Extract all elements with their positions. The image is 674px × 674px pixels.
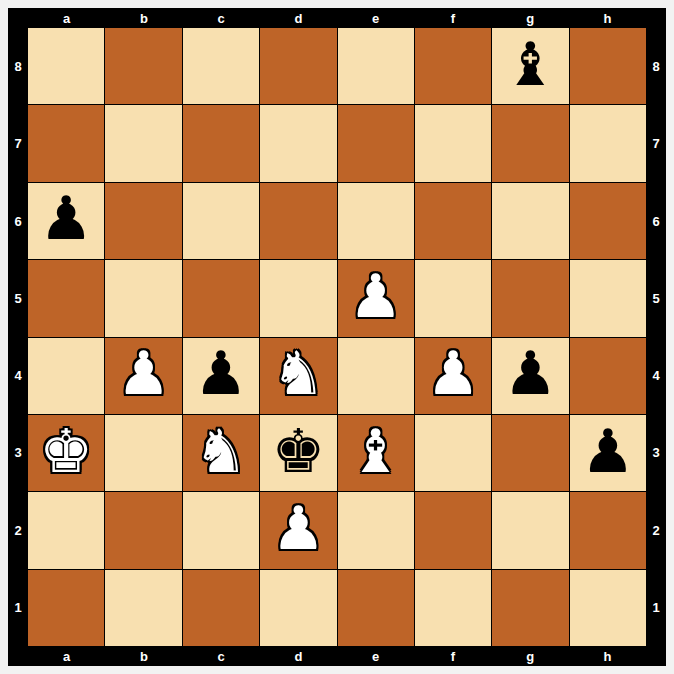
square-h5[interactable]	[570, 260, 646, 336]
rank-label-2: 2	[8, 492, 28, 569]
file-labels-bottom: abcdefgh	[28, 646, 646, 666]
square-a5[interactable]	[28, 260, 104, 336]
square-a8[interactable]	[28, 28, 104, 104]
rank-label-7: 7	[646, 105, 666, 182]
square-g7[interactable]	[492, 105, 568, 181]
rank-label-7: 7	[8, 105, 28, 182]
square-d3[interactable]: ♚	[260, 415, 336, 491]
square-h1[interactable]	[570, 570, 646, 646]
square-c3[interactable]: ♞	[183, 415, 259, 491]
white-king[interactable]: ♚	[39, 415, 93, 490]
frame-corner-top-right	[646, 8, 666, 28]
file-label-g: g	[492, 8, 569, 28]
square-g3[interactable]	[492, 415, 568, 491]
square-h2[interactable]	[570, 492, 646, 568]
square-d8[interactable]	[260, 28, 336, 104]
square-h7[interactable]	[570, 105, 646, 181]
rank-label-1: 1	[8, 569, 28, 646]
square-e4[interactable]	[338, 338, 414, 414]
square-e5[interactable]: ♟	[338, 260, 414, 336]
rank-label-3: 3	[646, 414, 666, 491]
square-d5[interactable]	[260, 260, 336, 336]
square-d7[interactable]	[260, 105, 336, 181]
rank-label-1: 1	[646, 569, 666, 646]
square-g5[interactable]	[492, 260, 568, 336]
square-a1[interactable]	[28, 570, 104, 646]
rank-label-8: 8	[646, 28, 666, 105]
square-f3[interactable]	[415, 415, 491, 491]
square-e6[interactable]	[338, 183, 414, 259]
square-a3[interactable]: ♚	[28, 415, 104, 491]
white-knight[interactable]: ♞	[271, 338, 325, 413]
square-b1[interactable]	[105, 570, 181, 646]
square-b3[interactable]	[105, 415, 181, 491]
square-f6[interactable]	[415, 183, 491, 259]
square-b5[interactable]	[105, 260, 181, 336]
white-pawn[interactable]: ♟	[349, 260, 403, 335]
rank-label-5: 5	[646, 260, 666, 337]
square-f8[interactable]	[415, 28, 491, 104]
file-label-f: f	[414, 646, 491, 666]
square-c8[interactable]	[183, 28, 259, 104]
square-f5[interactable]	[415, 260, 491, 336]
square-c2[interactable]	[183, 492, 259, 568]
rank-label-6: 6	[8, 183, 28, 260]
frame-corner-bottom-left	[8, 646, 28, 666]
square-e1[interactable]	[338, 570, 414, 646]
board: ♝♟♟♟♟♞♟♟♚♞♚♝♟♟	[28, 28, 646, 646]
file-label-h: h	[569, 8, 646, 28]
white-pawn[interactable]: ♟	[271, 492, 325, 567]
square-c6[interactable]	[183, 183, 259, 259]
file-label-b: b	[105, 8, 182, 28]
black-pawn[interactable]: ♟	[194, 338, 248, 413]
rank-label-3: 3	[8, 414, 28, 491]
square-a2[interactable]	[28, 492, 104, 568]
square-g6[interactable]	[492, 183, 568, 259]
square-a7[interactable]	[28, 105, 104, 181]
rank-label-8: 8	[8, 28, 28, 105]
white-pawn[interactable]: ♟	[426, 338, 480, 413]
square-a4[interactable]	[28, 338, 104, 414]
white-knight[interactable]: ♞	[194, 415, 248, 490]
square-d2[interactable]: ♟	[260, 492, 336, 568]
black-pawn[interactable]: ♟	[39, 183, 93, 258]
black-pawn[interactable]: ♟	[581, 415, 635, 490]
square-e8[interactable]	[338, 28, 414, 104]
rank-labels-right: 87654321	[646, 28, 666, 646]
square-h3[interactable]: ♟	[570, 415, 646, 491]
square-f7[interactable]	[415, 105, 491, 181]
square-f2[interactable]	[415, 492, 491, 568]
file-label-b: b	[105, 646, 182, 666]
square-h6[interactable]	[570, 183, 646, 259]
square-h8[interactable]	[570, 28, 646, 104]
square-a6[interactable]: ♟	[28, 183, 104, 259]
square-b8[interactable]	[105, 28, 181, 104]
black-bishop[interactable]: ♝	[504, 28, 558, 103]
square-b2[interactable]	[105, 492, 181, 568]
square-g2[interactable]	[492, 492, 568, 568]
file-label-f: f	[414, 8, 491, 28]
square-f4[interactable]: ♟	[415, 338, 491, 414]
rank-label-4: 4	[8, 337, 28, 414]
square-c5[interactable]	[183, 260, 259, 336]
file-label-g: g	[492, 646, 569, 666]
square-d4[interactable]: ♞	[260, 338, 336, 414]
square-g8[interactable]: ♝	[492, 28, 568, 104]
file-labels-top: abcdefgh	[28, 8, 646, 28]
black-pawn[interactable]: ♟	[504, 338, 558, 413]
square-b7[interactable]	[105, 105, 181, 181]
frame-corner-bottom-right	[646, 646, 666, 666]
rank-label-4: 4	[646, 337, 666, 414]
square-b6[interactable]	[105, 183, 181, 259]
frame-corner-top-left	[8, 8, 28, 28]
rank-label-5: 5	[8, 260, 28, 337]
square-c7[interactable]	[183, 105, 259, 181]
file-label-h: h	[569, 646, 646, 666]
file-label-d: d	[260, 8, 337, 28]
file-label-a: a	[28, 8, 105, 28]
rank-label-6: 6	[646, 183, 666, 260]
file-label-a: a	[28, 646, 105, 666]
black-king[interactable]: ♚	[271, 415, 325, 490]
file-label-d: d	[260, 646, 337, 666]
file-label-c: c	[183, 8, 260, 28]
square-d6[interactable]	[260, 183, 336, 259]
square-c4[interactable]: ♟	[183, 338, 259, 414]
file-label-e: e	[337, 8, 414, 28]
rank-label-2: 2	[646, 492, 666, 569]
square-e3[interactable]: ♝	[338, 415, 414, 491]
square-f1[interactable]	[415, 570, 491, 646]
square-d1[interactable]	[260, 570, 336, 646]
square-g1[interactable]	[492, 570, 568, 646]
board-frame: abcdefgh 87654321 ♝♟♟♟♟♞♟♟♚♞♚♝♟♟ 8765432…	[8, 8, 666, 666]
white-pawn[interactable]: ♟	[117, 338, 171, 413]
file-label-e: e	[337, 646, 414, 666]
square-c1[interactable]	[183, 570, 259, 646]
square-h4[interactable]	[570, 338, 646, 414]
square-g4[interactable]: ♟	[492, 338, 568, 414]
square-b4[interactable]: ♟	[105, 338, 181, 414]
file-label-c: c	[183, 646, 260, 666]
square-e2[interactable]	[338, 492, 414, 568]
rank-labels-left: 87654321	[8, 28, 28, 646]
white-bishop[interactable]: ♝	[349, 415, 403, 490]
square-e7[interactable]	[338, 105, 414, 181]
